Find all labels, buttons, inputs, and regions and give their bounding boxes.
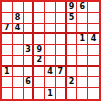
- sudoku-grid: 96857414392147621: [2, 2, 99, 99]
- cell-r4c6-empty[interactable]: [56, 34, 67, 45]
- cell-r3c5-empty[interactable]: [45, 24, 56, 35]
- cell-r2c4-empty[interactable]: [34, 13, 45, 24]
- cell-r7c7-empty[interactable]: [67, 67, 78, 78]
- cell-r9c8-empty[interactable]: [77, 88, 88, 99]
- cell-r8c4-empty[interactable]: [34, 77, 45, 88]
- cell-r5c2-empty[interactable]: [13, 45, 24, 56]
- cell-r3c9-empty[interactable]: [88, 24, 99, 35]
- cell-r2c2-given-8[interactable]: 8: [13, 13, 24, 24]
- cell-r2c9-empty[interactable]: [88, 13, 99, 24]
- cell-r9c6-empty[interactable]: [56, 88, 67, 99]
- cell-r7c6-given-7[interactable]: 7: [56, 67, 67, 78]
- cell-r1c9-empty[interactable]: [88, 2, 99, 13]
- cell-r9c3-empty[interactable]: [24, 88, 35, 99]
- cell-r1c8-given-6[interactable]: 6: [77, 2, 88, 13]
- cell-r6c7-empty[interactable]: [67, 56, 78, 67]
- cell-r4c4-empty[interactable]: [34, 34, 45, 45]
- cell-r7c9-empty[interactable]: [88, 67, 99, 78]
- cell-r8c6-empty[interactable]: [56, 77, 67, 88]
- cell-r4c1-empty[interactable]: [2, 34, 13, 45]
- cell-r9c1-empty[interactable]: [2, 88, 13, 99]
- cell-r6c9-empty[interactable]: [88, 56, 99, 67]
- cell-r9c5-given-1[interactable]: 1: [45, 88, 56, 99]
- cell-r5c3-given-3[interactable]: 3: [24, 45, 35, 56]
- cell-r4c2-empty[interactable]: [13, 34, 24, 45]
- cell-r7c3-empty[interactable]: [24, 67, 35, 78]
- cell-r1c5-empty[interactable]: [45, 2, 56, 13]
- cell-r6c5-empty[interactable]: [45, 56, 56, 67]
- cell-r1c1-empty[interactable]: [2, 2, 13, 13]
- cell-r5c6-empty[interactable]: [56, 45, 67, 56]
- cell-r2c7-given-5[interactable]: 5: [67, 13, 78, 24]
- cell-r1c6-empty[interactable]: [56, 2, 67, 13]
- cell-r4c7-empty[interactable]: [67, 34, 78, 45]
- cell-r8c9-empty[interactable]: [88, 77, 99, 88]
- cell-r8c3-given-6[interactable]: 6: [24, 77, 35, 88]
- cell-r2c5-empty[interactable]: [45, 13, 56, 24]
- cell-r6c3-empty[interactable]: [24, 56, 35, 67]
- cell-r4c8-given-1[interactable]: 1: [77, 34, 88, 45]
- cell-r3c2-given-4[interactable]: 4: [13, 24, 24, 35]
- cell-r5c5-empty[interactable]: [45, 45, 56, 56]
- cell-r3c4-empty[interactable]: [34, 24, 45, 35]
- cell-r9c7-empty[interactable]: [67, 88, 78, 99]
- cell-r5c9-empty[interactable]: [88, 45, 99, 56]
- cell-r7c1-given-1[interactable]: 1: [2, 67, 13, 78]
- cell-r3c8-empty[interactable]: [77, 24, 88, 35]
- sudoku-board: 96857414392147621: [0, 0, 101, 101]
- cell-r5c7-empty[interactable]: [67, 45, 78, 56]
- cell-r2c8-empty[interactable]: [77, 13, 88, 24]
- cell-r9c2-empty[interactable]: [13, 88, 24, 99]
- cell-r4c5-empty[interactable]: [45, 34, 56, 45]
- cell-r3c1-given-7[interactable]: 7: [2, 24, 13, 35]
- cell-r6c2-empty[interactable]: [13, 56, 24, 67]
- cell-r6c1-empty[interactable]: [2, 56, 13, 67]
- cell-r9c9-empty[interactable]: [88, 88, 99, 99]
- cell-r8c7-given-2[interactable]: 2: [67, 77, 78, 88]
- cell-r7c5-given-4[interactable]: 4: [45, 67, 56, 78]
- cell-r4c9-given-4[interactable]: 4: [88, 34, 99, 45]
- cell-r1c7-given-9[interactable]: 9: [67, 2, 78, 13]
- cell-r1c3-empty[interactable]: [24, 2, 35, 13]
- cell-r8c8-empty[interactable]: [77, 77, 88, 88]
- cell-r8c1-empty[interactable]: [2, 77, 13, 88]
- cell-r9c4-empty[interactable]: [34, 88, 45, 99]
- cell-r8c5-empty[interactable]: [45, 77, 56, 88]
- cell-r2c3-empty[interactable]: [24, 13, 35, 24]
- cell-r5c8-empty[interactable]: [77, 45, 88, 56]
- cell-r6c8-empty[interactable]: [77, 56, 88, 67]
- cell-r3c7-empty[interactable]: [67, 24, 78, 35]
- cell-r7c8-empty[interactable]: [77, 67, 88, 78]
- cell-r8c2-empty[interactable]: [13, 77, 24, 88]
- cell-r1c2-empty[interactable]: [13, 2, 24, 13]
- cell-r3c6-empty[interactable]: [56, 24, 67, 35]
- cell-r5c4-given-9[interactable]: 9: [34, 45, 45, 56]
- cell-r7c2-empty[interactable]: [13, 67, 24, 78]
- cell-r3c3-empty[interactable]: [24, 24, 35, 35]
- cell-r6c6-empty[interactable]: [56, 56, 67, 67]
- cell-r7c4-empty[interactable]: [34, 67, 45, 78]
- cell-r2c6-empty[interactable]: [56, 13, 67, 24]
- cell-r2c1-empty[interactable]: [2, 13, 13, 24]
- cell-r5c1-empty[interactable]: [2, 45, 13, 56]
- cell-r1c4-empty[interactable]: [34, 2, 45, 13]
- cell-r6c4-given-2[interactable]: 2: [34, 56, 45, 67]
- cell-r4c3-empty[interactable]: [24, 34, 35, 45]
